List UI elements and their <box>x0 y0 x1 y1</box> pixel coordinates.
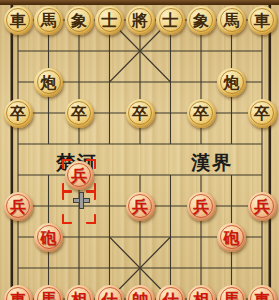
marker-corner <box>62 214 72 224</box>
piece-glyph: 相 <box>193 285 209 300</box>
mouse-cursor-crosshair <box>74 193 89 208</box>
river-label-han-jie: 漢界 <box>191 150 233 176</box>
piece-black-soldier[interactable]: 卒 <box>4 99 33 128</box>
marker-corner <box>62 190 72 200</box>
piece-black-soldier[interactable]: 卒 <box>65 99 94 128</box>
marker-corner <box>86 214 96 224</box>
piece-black-chariot[interactable]: 車 <box>248 6 277 35</box>
piece-glyph: 仕 <box>163 285 179 300</box>
piece-glyph: 砲 <box>41 223 57 252</box>
piece-glyph: 士 <box>102 6 118 35</box>
piece-red-cannon[interactable]: 砲 <box>34 223 63 252</box>
piece-black-soldier[interactable]: 卒 <box>126 99 155 128</box>
piece-black-advisor[interactable]: 士 <box>156 6 185 35</box>
piece-glyph: 車 <box>10 285 26 300</box>
piece-glyph: 馬 <box>41 285 57 300</box>
piece-glyph: 象 <box>193 6 209 35</box>
cursor-bar-vertical <box>80 193 83 208</box>
piece-glyph: 帥 <box>132 285 148 300</box>
piece-glyph: 卒 <box>193 99 209 128</box>
piece-glyph: 士 <box>163 6 179 35</box>
piece-glyph: 車 <box>10 6 26 35</box>
piece-red-soldier[interactable]: 兵 <box>65 161 94 190</box>
piece-black-cannon[interactable]: 炮 <box>34 68 63 97</box>
piece-red-soldier[interactable]: 兵 <box>4 192 33 221</box>
piece-glyph: 馬 <box>224 285 240 300</box>
piece-glyph: 車 <box>254 285 270 300</box>
piece-glyph: 兵 <box>193 192 209 221</box>
piece-glyph: 砲 <box>224 223 240 252</box>
piece-glyph: 卒 <box>132 99 148 128</box>
piece-black-soldier[interactable]: 卒 <box>187 99 216 128</box>
piece-red-soldier[interactable]: 兵 <box>187 192 216 221</box>
piece-glyph: 兵 <box>71 161 87 190</box>
piece-red-cannon[interactable]: 砲 <box>217 223 246 252</box>
piece-black-elephant[interactable]: 象 <box>65 6 94 35</box>
piece-black-general[interactable]: 將 <box>126 6 155 35</box>
piece-glyph: 車 <box>254 6 270 35</box>
piece-black-soldier[interactable]: 卒 <box>248 99 277 128</box>
piece-glyph: 兵 <box>10 192 26 221</box>
piece-glyph: 將 <box>132 6 148 35</box>
piece-glyph: 卒 <box>254 99 270 128</box>
piece-glyph: 炮 <box>41 68 57 97</box>
piece-glyph: 炮 <box>224 68 240 97</box>
piece-black-elephant[interactable]: 象 <box>187 6 216 35</box>
board-frame-top-edge <box>0 0 279 5</box>
piece-glyph: 象 <box>71 6 87 35</box>
piece-glyph: 馬 <box>41 6 57 35</box>
piece-black-horse[interactable]: 馬 <box>217 6 246 35</box>
piece-red-soldier[interactable]: 兵 <box>248 192 277 221</box>
piece-black-advisor[interactable]: 士 <box>95 6 124 35</box>
piece-glyph: 卒 <box>71 99 87 128</box>
piece-glyph: 卒 <box>10 99 26 128</box>
board-grid[interactable] <box>0 0 279 300</box>
piece-glyph: 相 <box>71 285 87 300</box>
xiangqi-game-screen: 楚河 漢界 車馬象士將士象馬車炮炮卒卒卒卒卒兵兵兵兵兵砲砲車馬相仕帥仕相馬車 <box>0 0 279 300</box>
piece-glyph: 兵 <box>132 192 148 221</box>
piece-red-soldier[interactable]: 兵 <box>126 192 155 221</box>
piece-glyph: 兵 <box>254 192 270 221</box>
piece-black-horse[interactable]: 馬 <box>34 6 63 35</box>
piece-black-cannon[interactable]: 炮 <box>217 68 246 97</box>
piece-glyph: 仕 <box>102 285 118 300</box>
piece-black-chariot[interactable]: 車 <box>4 6 33 35</box>
piece-glyph: 馬 <box>224 6 240 35</box>
